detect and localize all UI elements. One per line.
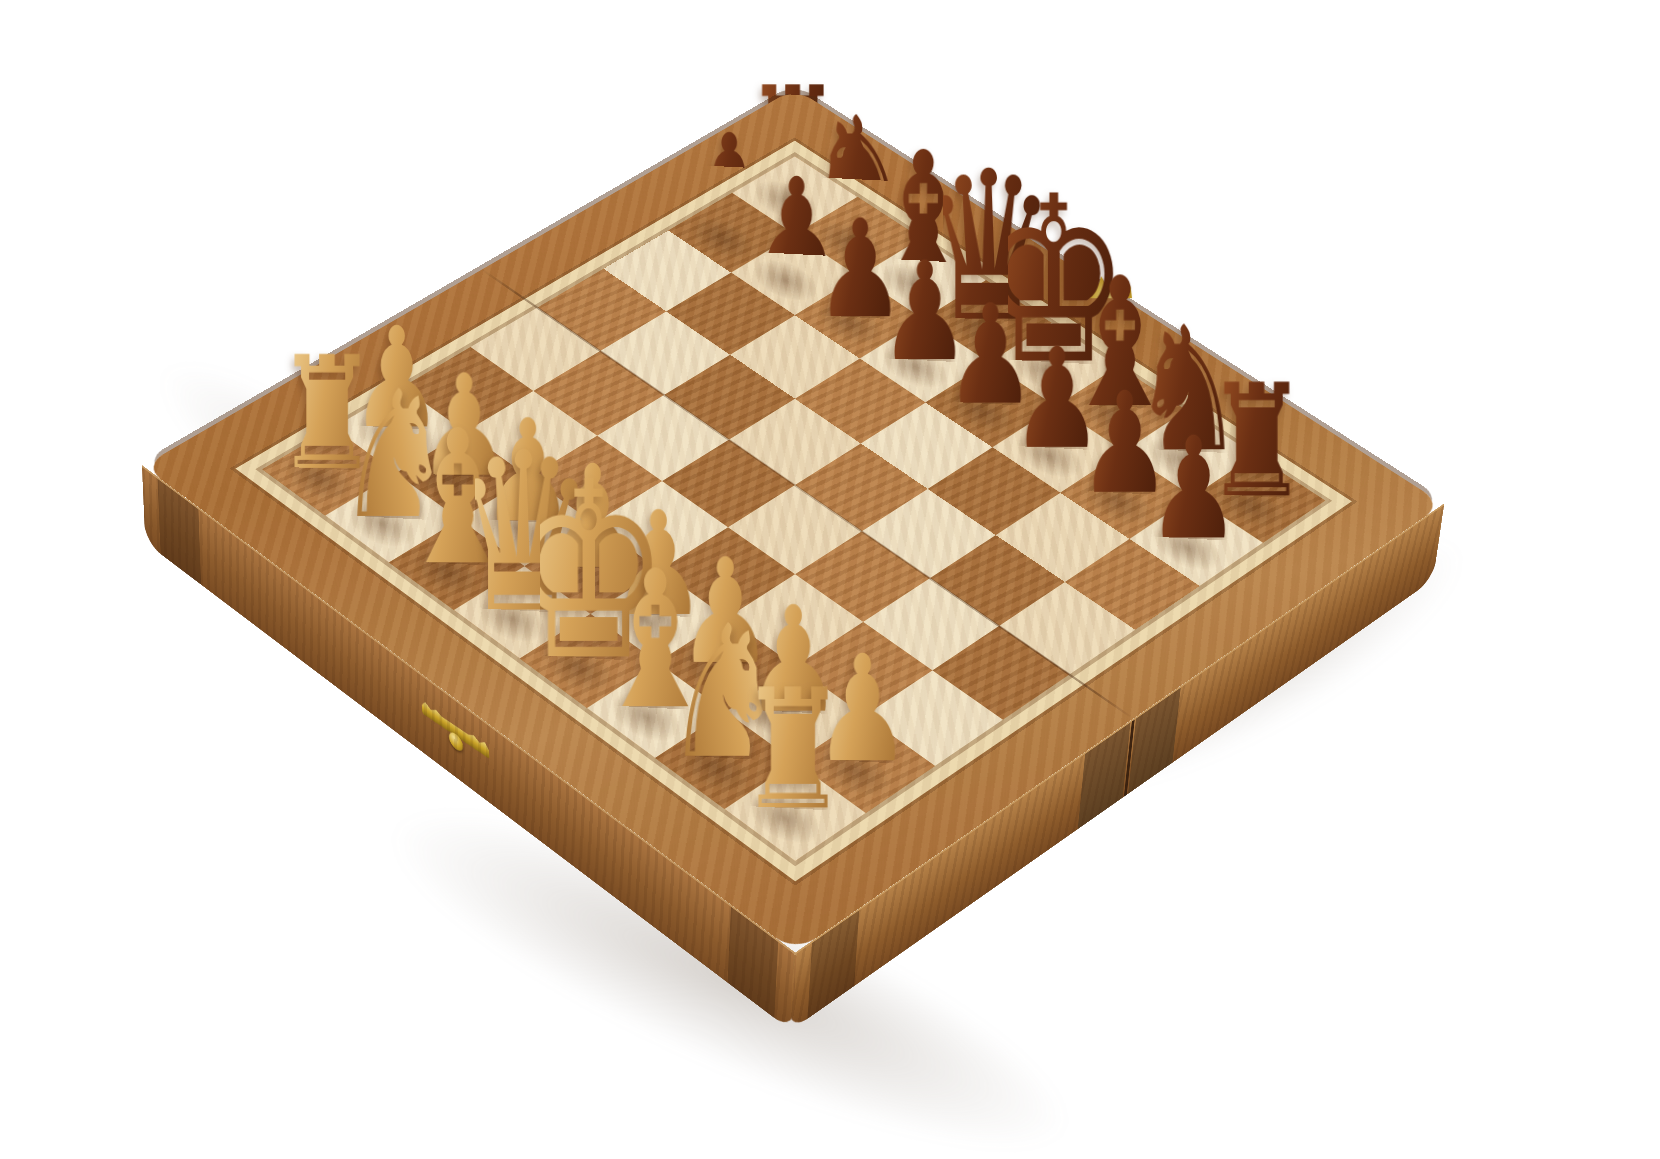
square-h1[interactable]: ♜ [725, 762, 866, 861]
piece-white-rook[interactable]: ♜ [743, 480, 843, 809]
black-pawn-icon: ♟ [1147, 418, 1240, 559]
board-top-surface: ♜♞♝♛♚♝♞♜♟♟♟♟♟♟♟♟♟♟♟♟♟♟♟♟♜♞♝♛♚♝♞♜ [143, 88, 1443, 952]
perspective-scene: ♜♞♝♛♚♝♞♜♟♟♟♟♟♟♟♟♟♟♟♟♟♟♟♟♜♞♝♛♚♝♞♜ [0, 0, 1660, 1159]
piece-black-pawn[interactable]: ♟ [1147, 227, 1242, 539]
chess-board: ♜♞♝♛♚♝♞♜♟♟♟♟♟♟♟♟♟♟♟♟♟♟♟♟♜♞♝♛♚♝♞♜ [143, 88, 1443, 952]
product-photo-scene: ♜♞♝♛♚♝♞♜♟♟♟♟♟♟♟♟♟♟♟♟♟♟♟♟♜♞♝♛♚♝♞♜ [0, 0, 1660, 1159]
white-rook-icon: ♜ [738, 667, 848, 833]
camera-tilt: ♜♞♝♛♚♝♞♜♟♟♟♟♟♟♟♟♟♟♟♟♟♟♟♟♜♞♝♛♚♝♞♜ [0, 0, 1660, 1159]
